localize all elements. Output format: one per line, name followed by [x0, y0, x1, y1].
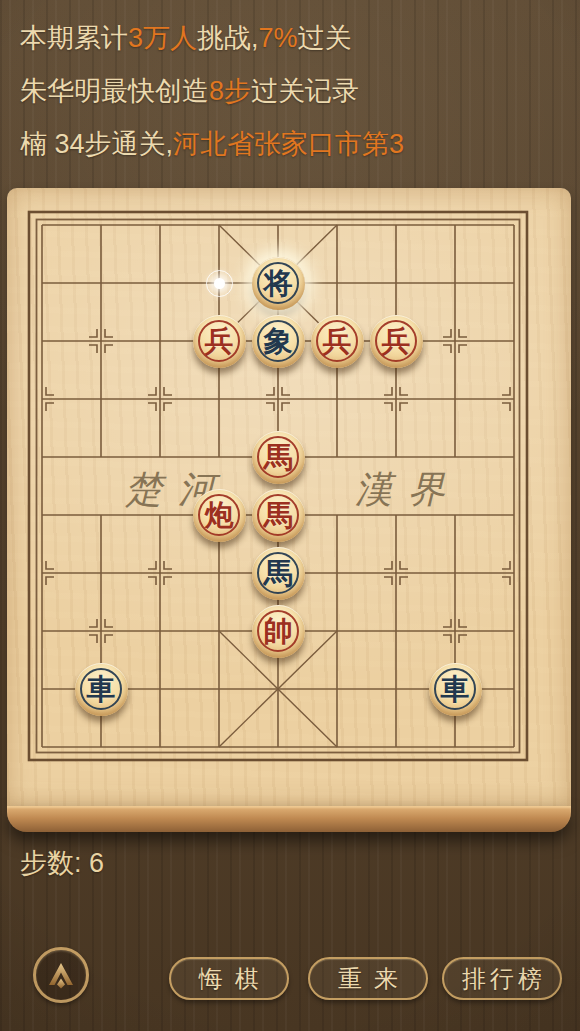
- info-text: 本期累计: [20, 23, 128, 53]
- info-line-latest-player: 楠 34步通关,河北省张家口市第3: [20, 118, 568, 171]
- piece-character: 炮: [205, 500, 234, 530]
- piece-character: 兵: [323, 326, 352, 356]
- piece-black-chariot[interactable]: 車: [429, 663, 482, 716]
- info-text: 楠 34步通关,: [20, 129, 173, 159]
- step-counter-label: 步数:: [20, 848, 82, 878]
- piece-character: 車: [441, 674, 470, 704]
- piece-red-general[interactable]: 帥: [252, 605, 305, 658]
- board-front-edge: [7, 806, 571, 832]
- piece-red-cannon[interactable]: 炮: [193, 489, 246, 542]
- info-text: 过关记录: [251, 76, 359, 106]
- piece-character: 馬: [264, 500, 293, 530]
- step-counter-value: 6: [89, 848, 104, 878]
- info-text: 朱华明最快创造: [20, 76, 209, 106]
- info-highlight: 7%: [259, 23, 298, 53]
- info-text: 过关: [298, 23, 352, 53]
- pieces-layer: 将兵象兵兵馬炮馬馬帥車車: [13, 196, 544, 776]
- piece-black-horse[interactable]: 馬: [252, 547, 305, 600]
- info-line-record: 朱华明最快创造8步过关记录: [20, 65, 568, 118]
- piece-black-general[interactable]: 将: [252, 257, 305, 310]
- undo-button[interactable]: 悔棋: [169, 957, 289, 1000]
- piece-character: 馬: [264, 442, 293, 472]
- up-arrow-logo-icon: [44, 958, 78, 992]
- home-button[interactable]: [33, 947, 89, 1003]
- info-text: 挑战,: [197, 23, 259, 53]
- info-line-participants: 本期累计3万人挑战,7%过关: [20, 12, 568, 65]
- piece-red-soldier[interactable]: 兵: [193, 315, 246, 368]
- piece-black-elephant[interactable]: 象: [252, 315, 305, 368]
- piece-red-horse[interactable]: 馬: [252, 489, 305, 542]
- xiangqi-board: 楚河漢界 将兵象兵兵馬炮馬馬帥車車: [7, 188, 571, 832]
- piece-character: 馬: [264, 558, 293, 588]
- piece-character: 帥: [264, 616, 293, 646]
- action-bar: 悔棋 重来 排行榜: [0, 935, 580, 1031]
- piece-red-horse[interactable]: 馬: [252, 431, 305, 484]
- piece-red-soldier[interactable]: 兵: [370, 315, 423, 368]
- info-highlight: 3万人: [128, 23, 197, 53]
- piece-black-chariot[interactable]: 車: [75, 663, 128, 716]
- step-counter: 步数: 6: [20, 845, 104, 881]
- piece-character: 将: [264, 268, 293, 298]
- info-highlight: 河北省张家口市第3: [173, 129, 404, 159]
- piece-red-soldier[interactable]: 兵: [311, 315, 364, 368]
- restart-button[interactable]: 重来: [308, 957, 428, 1000]
- piece-character: 車: [87, 674, 116, 704]
- info-highlight: 8步: [209, 76, 251, 106]
- piece-character: 象: [264, 326, 293, 356]
- challenge-info: 本期累计3万人挑战,7%过关 朱华明最快创造8步过关记录 楠 34步通关,河北省…: [20, 12, 568, 171]
- last-move-indicator: [214, 278, 225, 289]
- piece-character: 兵: [382, 326, 411, 356]
- leaderboard-button[interactable]: 排行榜: [442, 957, 562, 1000]
- piece-character: 兵: [205, 326, 234, 356]
